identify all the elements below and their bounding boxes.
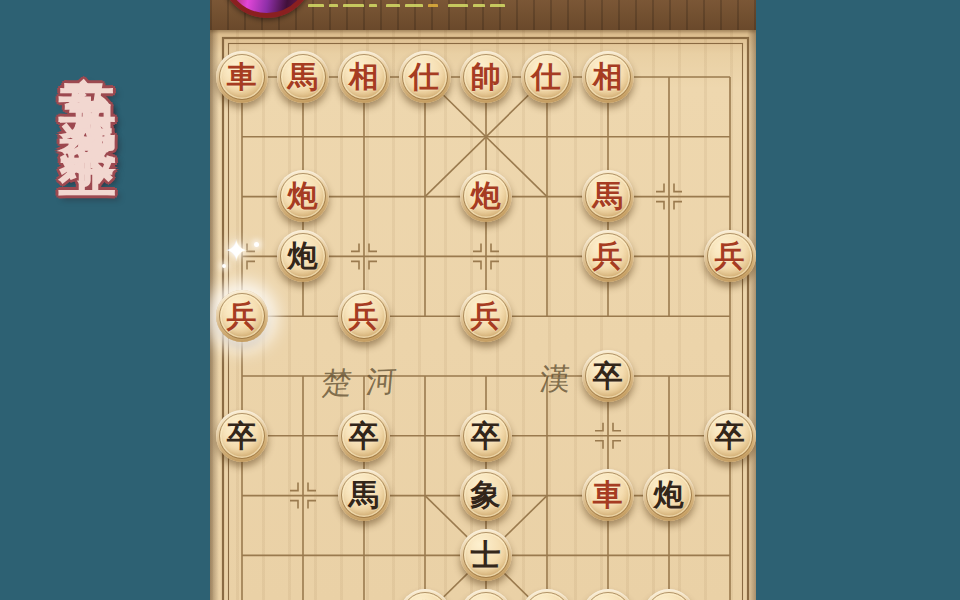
black-piece-炮-h7[interactable]: 炮 [643,469,695,521]
red-piece-仕-f0[interactable]: 仕 [521,51,573,103]
piece-character: 相 [593,62,623,92]
piece-character: 兵 [349,301,379,331]
piece-character: 卒 [349,421,379,451]
red-piece-兵-i3[interactable]: 兵 [704,230,756,282]
piece-character: 兵 [593,241,623,271]
red-piece-馬-g2[interactable]: 馬 [582,170,634,222]
piece-character: 士 [471,540,501,570]
red-piece-車-g7[interactable]: 車 [582,469,634,521]
red-piece-兵-e4[interactable]: 兵 [460,290,512,342]
red-piece-兵-a4[interactable]: 兵 [216,290,268,342]
piece-character: 象 [471,480,501,510]
red-piece-兵-c4[interactable]: 兵 [338,290,390,342]
black-piece-卒-i6[interactable]: 卒 [704,410,756,462]
black-piece-馬-c7[interactable]: 馬 [338,469,390,521]
piece-character: 馬 [288,62,318,92]
black-piece-炮-b3[interactable]: 炮 [277,230,329,282]
red-piece-帥-e0[interactable]: 帥 [460,51,512,103]
piece-character: 馬 [349,480,379,510]
piece-character: 卒 [715,421,745,451]
black-piece-士-e8[interactable]: 士 [460,529,512,581]
piece-character: 仕 [410,62,440,92]
red-piece-仕-d0[interactable]: 仕 [399,51,451,103]
red-piece-馬-b0[interactable]: 馬 [277,51,329,103]
piece-character: 仕 [532,62,562,92]
red-piece-車-a0[interactable]: 車 [216,51,268,103]
red-piece-炮-e2[interactable]: 炮 [460,170,512,222]
black-piece-卒-a6[interactable]: 卒 [216,410,268,462]
piece-character: 炮 [654,480,684,510]
piece-character: 炮 [288,181,318,211]
black-piece-象-g9[interactable]: 象 [582,589,634,600]
piece-character: 車 [593,480,623,510]
black-piece-象-e7[interactable]: 象 [460,469,512,521]
piece-character: 炮 [288,241,318,271]
black-piece-將-e9[interactable]: 將 [460,589,512,600]
piece-character: 相 [349,62,379,92]
piece-character: 馬 [593,181,623,211]
video-title-vertical: 弃马飞刀速杀业9 [56,28,120,600]
black-piece-馬-h9[interactable]: 馬 [643,589,695,600]
piece-character: 兵 [227,301,257,331]
piece-character: 卒 [227,421,257,451]
piece-layer: 車馬相仕帥仕相炮炮馬炮兵兵兵兵兵卒卒卒卒卒馬象車炮士車將士象馬 [211,47,756,600]
red-piece-兵-g3[interactable]: 兵 [582,230,634,282]
piece-character: 卒 [593,361,623,391]
piece-character: 帥 [471,62,501,92]
red-piece-炮-b2[interactable]: 炮 [277,170,329,222]
xiangqi-app-screen: 楚河 漢界 車馬相仕帥仕相炮炮馬炮兵兵兵兵兵卒卒卒卒卒馬象車炮士車將士象馬 ✦ [210,0,756,600]
black-piece-卒-g5[interactable]: 卒 [582,350,634,402]
black-piece-車-d9[interactable]: 車 [399,589,451,600]
piece-character: 炮 [471,181,501,211]
cropped-caption-text [308,0,588,7]
piece-character: 車 [227,62,257,92]
piece-character: 兵 [471,301,501,331]
black-piece-卒-c6[interactable]: 卒 [338,410,390,462]
piece-character: 卒 [471,421,501,451]
red-piece-相-c0[interactable]: 相 [338,51,390,103]
black-piece-卒-e6[interactable]: 卒 [460,410,512,462]
piece-character: 兵 [715,241,745,271]
red-piece-相-g0[interactable]: 相 [582,51,634,103]
black-piece-士-f9[interactable]: 士 [521,589,573,600]
